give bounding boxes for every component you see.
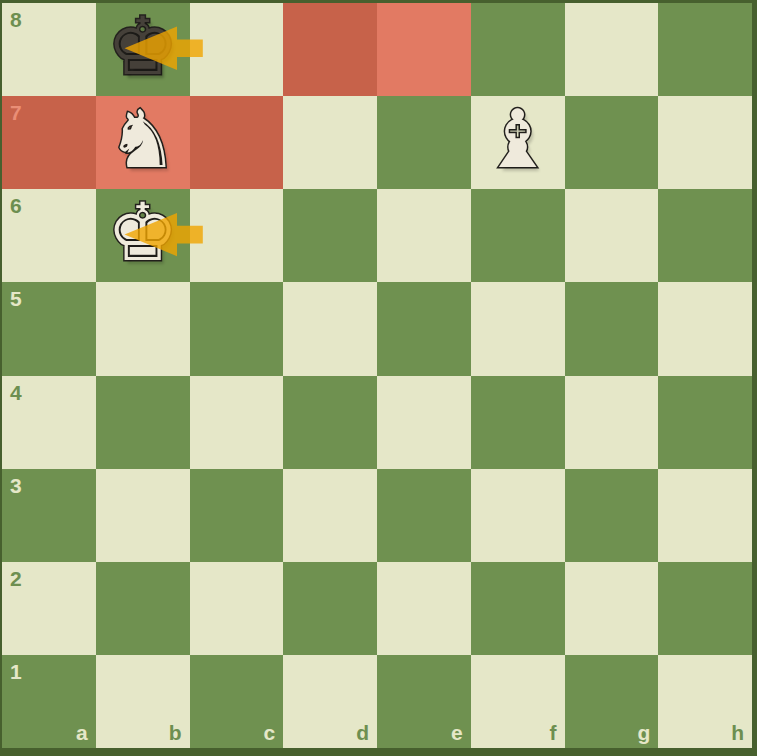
- square-h6[interactable]: [658, 189, 752, 282]
- square-b5[interactable]: [96, 282, 190, 375]
- square-f7[interactable]: ♝: [471, 96, 565, 189]
- square-g7[interactable]: [565, 96, 659, 189]
- file-label-e: e: [451, 721, 463, 745]
- rank-label-8: 8: [10, 8, 22, 32]
- square-f3[interactable]: [471, 469, 565, 562]
- rank-label-7: 7: [10, 101, 22, 125]
- square-b2[interactable]: [96, 562, 190, 655]
- square-a7[interactable]: 7: [2, 96, 96, 189]
- square-a6[interactable]: 6: [2, 189, 96, 282]
- square-h7[interactable]: [658, 96, 752, 189]
- square-d6[interactable]: [283, 189, 377, 282]
- square-f5[interactable]: [471, 282, 565, 375]
- square-c3[interactable]: [190, 469, 284, 562]
- square-c1[interactable]: c: [190, 655, 284, 748]
- square-g8[interactable]: [565, 3, 659, 96]
- white-king[interactable]: ♚: [107, 193, 179, 273]
- square-d3[interactable]: [283, 469, 377, 562]
- file-label-h: h: [731, 721, 744, 745]
- file-label-b: b: [169, 721, 182, 745]
- file-label-f: f: [550, 721, 557, 745]
- square-a4[interactable]: 4: [2, 376, 96, 469]
- square-e6[interactable]: [377, 189, 471, 282]
- square-a2[interactable]: 2: [2, 562, 96, 655]
- rank-label-5: 5: [10, 287, 22, 311]
- square-d5[interactable]: [283, 282, 377, 375]
- square-f8[interactable]: [471, 3, 565, 96]
- square-e1[interactable]: e: [377, 655, 471, 748]
- square-a5[interactable]: 5: [2, 282, 96, 375]
- black-king[interactable]: ♚: [107, 7, 179, 87]
- square-d4[interactable]: [283, 376, 377, 469]
- square-e5[interactable]: [377, 282, 471, 375]
- square-a8[interactable]: 8: [2, 3, 96, 96]
- square-c4[interactable]: [190, 376, 284, 469]
- square-a1[interactable]: 1a: [2, 655, 96, 748]
- file-label-g: g: [637, 721, 650, 745]
- board-container: 8♚7♞♝6♚54321abcdefgh: [0, 0, 757, 756]
- square-c7[interactable]: [190, 96, 284, 189]
- square-h3[interactable]: [658, 469, 752, 562]
- square-b1[interactable]: b: [96, 655, 190, 748]
- square-g5[interactable]: [565, 282, 659, 375]
- rank-label-1: 1: [10, 660, 22, 684]
- file-label-c: c: [264, 721, 276, 745]
- square-h4[interactable]: [658, 376, 752, 469]
- rank-label-6: 6: [10, 194, 22, 218]
- file-label-a: a: [76, 721, 88, 745]
- square-e8[interactable]: [377, 3, 471, 96]
- square-d7[interactable]: [283, 96, 377, 189]
- square-f6[interactable]: [471, 189, 565, 282]
- square-c5[interactable]: [190, 282, 284, 375]
- rank-label-2: 2: [10, 567, 22, 591]
- square-e3[interactable]: [377, 469, 471, 562]
- square-e4[interactable]: [377, 376, 471, 469]
- file-label-d: d: [356, 721, 369, 745]
- square-d8[interactable]: [283, 3, 377, 96]
- square-c2[interactable]: [190, 562, 284, 655]
- square-f2[interactable]: [471, 562, 565, 655]
- square-b7[interactable]: ♞: [96, 96, 190, 189]
- square-g6[interactable]: [565, 189, 659, 282]
- square-h1[interactable]: h: [658, 655, 752, 748]
- square-f1[interactable]: f: [471, 655, 565, 748]
- square-h2[interactable]: [658, 562, 752, 655]
- square-h5[interactable]: [658, 282, 752, 375]
- square-g4[interactable]: [565, 376, 659, 469]
- rank-label-4: 4: [10, 381, 22, 405]
- square-e7[interactable]: [377, 96, 471, 189]
- square-e2[interactable]: [377, 562, 471, 655]
- square-d2[interactable]: [283, 562, 377, 655]
- white-bishop[interactable]: ♝: [482, 100, 554, 180]
- square-a3[interactable]: 3: [2, 469, 96, 562]
- square-c6[interactable]: [190, 189, 284, 282]
- white-knight[interactable]: ♞: [107, 100, 179, 180]
- square-g1[interactable]: g: [565, 655, 659, 748]
- square-b8[interactable]: ♚: [96, 3, 190, 96]
- square-b3[interactable]: [96, 469, 190, 562]
- square-g2[interactable]: [565, 562, 659, 655]
- square-c8[interactable]: [190, 3, 284, 96]
- rank-label-3: 3: [10, 474, 22, 498]
- square-h8[interactable]: [658, 3, 752, 96]
- square-b6[interactable]: ♚: [96, 189, 190, 282]
- square-d1[interactable]: d: [283, 655, 377, 748]
- chess-board: 8♚7♞♝6♚54321abcdefgh: [2, 3, 752, 748]
- square-f4[interactable]: [471, 376, 565, 469]
- square-b4[interactable]: [96, 376, 190, 469]
- square-g3[interactable]: [565, 469, 659, 562]
